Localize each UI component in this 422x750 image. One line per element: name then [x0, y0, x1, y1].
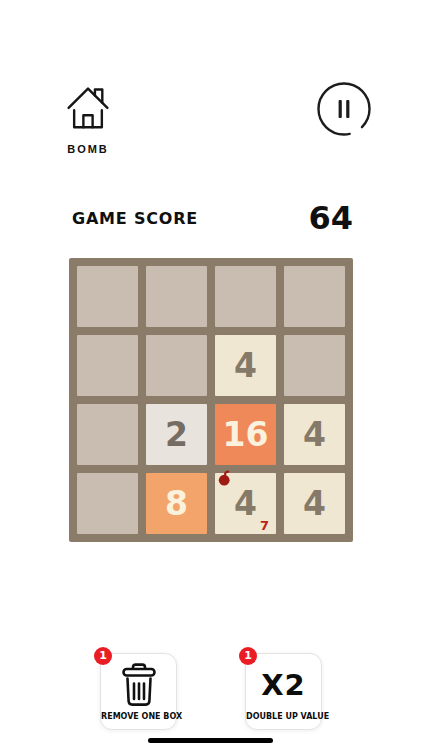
tile-value: 8 — [165, 484, 188, 523]
cell-r1c1[interactable] — [77, 266, 138, 327]
powerup-bar: 1 REMOVE ONE BOX 1 X2 DOUBLE UP VALUE — [0, 653, 422, 730]
pause-button[interactable] — [315, 80, 373, 138]
double-up-label: DOUBLE UP VALUE — [246, 712, 321, 721]
tile-value: 4 — [303, 484, 326, 523]
cell-r4c1[interactable] — [77, 473, 138, 534]
cell-r2c3[interactable]: 4 — [215, 335, 276, 396]
cell-r3c1[interactable] — [77, 404, 138, 465]
score-value: 64 — [308, 199, 353, 237]
tile-value: 4 — [303, 415, 326, 454]
cell-r4c2[interactable]: 8 — [146, 473, 207, 534]
tile-value: 4 — [234, 346, 257, 385]
cell-r1c4[interactable] — [284, 266, 345, 327]
tile-value: 4 — [234, 484, 257, 523]
home-button-label: BOMB — [60, 143, 116, 155]
bomb-icon — [217, 469, 233, 487]
game-screen: BOMB GAME SCORE 64 421648474 1 REMOVE ON… — [0, 0, 422, 750]
cell-r1c3[interactable] — [215, 266, 276, 327]
x2-text: X2 — [261, 668, 306, 702]
cell-r2c4[interactable] — [284, 335, 345, 396]
bomb-countdown: 7 — [260, 518, 269, 533]
tile-value: 16 — [223, 415, 269, 454]
cell-r3c3[interactable]: 16 — [215, 404, 276, 465]
remove-one-box-button[interactable]: 1 REMOVE ONE BOX — [100, 653, 177, 730]
board-grid[interactable]: 421648474 — [69, 258, 353, 542]
cell-r2c2[interactable] — [146, 335, 207, 396]
cell-r2c1[interactable] — [77, 335, 138, 396]
home-button[interactable]: BOMB — [60, 83, 116, 155]
pause-icon — [315, 80, 373, 138]
cell-r1c2[interactable] — [146, 266, 207, 327]
remove-one-box-label: REMOVE ONE BOX — [101, 712, 176, 721]
trash-icon — [119, 662, 159, 708]
cell-r4c3[interactable]: 47 — [215, 473, 276, 534]
double-up-button[interactable]: 1 X2 DOUBLE UP VALUE — [245, 653, 322, 730]
remove-one-box-badge: 1 — [94, 647, 112, 665]
cell-r3c2[interactable]: 2 — [146, 404, 207, 465]
home-indicator[interactable] — [148, 738, 273, 743]
cell-r3c4[interactable]: 4 — [284, 404, 345, 465]
double-up-badge: 1 — [239, 647, 257, 665]
cell-r4c4[interactable]: 4 — [284, 473, 345, 534]
score-row: GAME SCORE 64 — [72, 200, 353, 236]
tile-value: 2 — [165, 415, 188, 454]
home-icon — [65, 83, 111, 131]
score-label: GAME SCORE — [72, 209, 198, 228]
